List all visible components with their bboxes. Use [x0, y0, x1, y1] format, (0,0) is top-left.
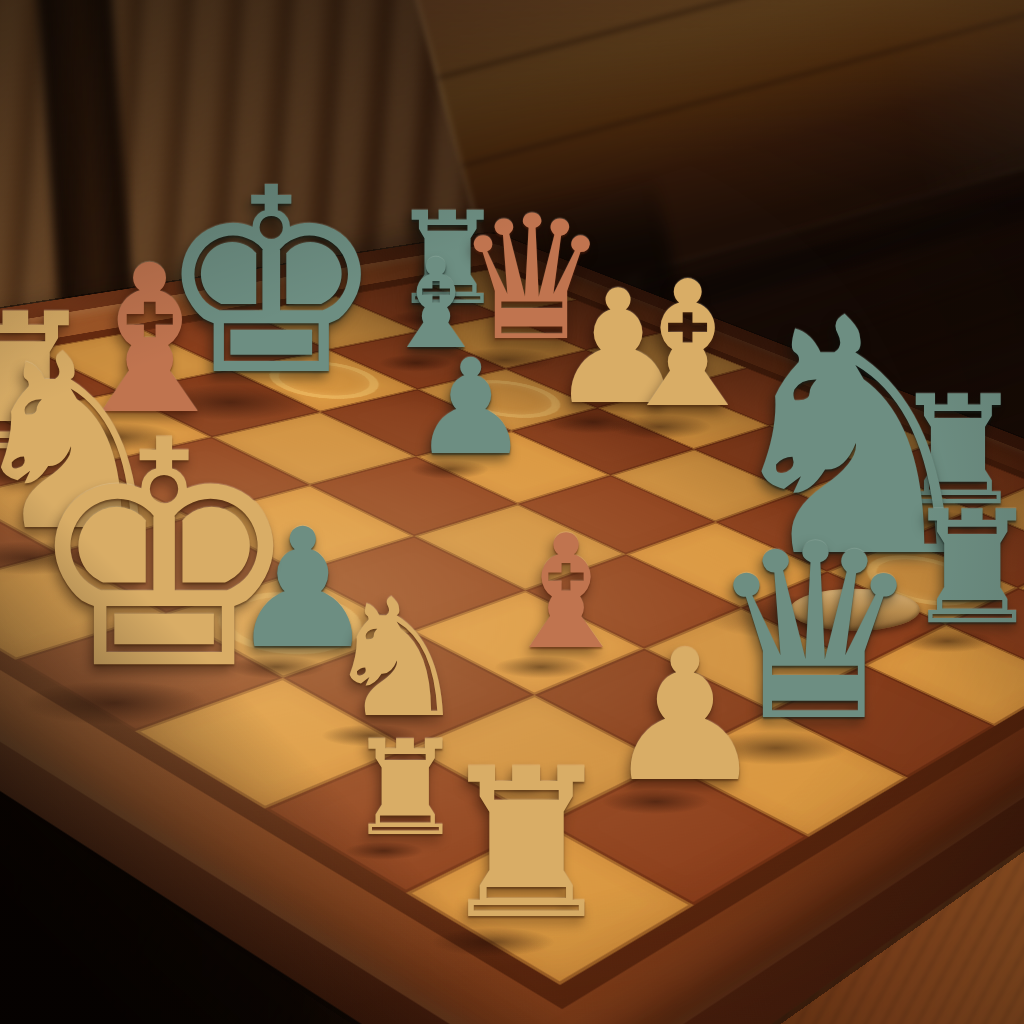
- pieces-layer: ♜♛♝♚♟♝♝♟♜♜♞♞♜♟♝♚♞♛♟♜♜: [0, 0, 1024, 1024]
- black-pawn-glyph: ♟: [411, 341, 529, 473]
- white-king-glyph: ♚: [24, 400, 304, 712]
- white-rook-glyph: ♜: [434, 741, 619, 947]
- chess-photo-scene: ♜♛♝♚♟♝♝♟♜♜♞♞♜♟♝♚♞♛♟♜♜: [0, 0, 1024, 1024]
- white-pawn-glyph: ♟: [604, 626, 767, 807]
- piece-white-rook-a1: ♜: [526, 940, 711, 1024]
